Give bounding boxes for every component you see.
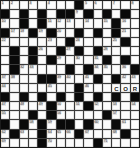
black-cell-r4c13 [112, 29, 120, 37]
black-cell-r3c3 [20, 19, 28, 27]
clue-number: 49 [38, 102, 43, 106]
grid-cell-r11c14[interactable] [121, 93, 129, 101]
grid-cell-r1c2[interactable]: 2 [10, 1, 18, 9]
grid-cell-r13c5[interactable] [38, 111, 46, 119]
black-cell-r16c11 [94, 139, 102, 147]
grid-cell-r11c6[interactable] [47, 93, 55, 101]
grid-cell-r9c12[interactable] [103, 75, 111, 83]
black-cell-r15c9 [75, 130, 83, 138]
grid-cell-r14c14[interactable]: 61 [121, 120, 129, 128]
black-cell-r2c7 [57, 10, 65, 18]
grid-cell-r4c15[interactable] [131, 29, 139, 37]
black-cell-r4c6 [47, 29, 55, 37]
grid-cell-r3c7[interactable]: 12 [57, 19, 65, 27]
clue-number: 66 [66, 130, 71, 134]
black-cell-r13c4 [29, 111, 37, 119]
grid-cell-r7c8[interactable] [66, 56, 74, 64]
grid-cell-r12c13[interactable]: 53 [112, 102, 120, 110]
clue-number: 25 [112, 38, 117, 42]
grid-cell-r16c3[interactable] [20, 139, 28, 147]
grid-cell-r4c5[interactable]: 19 [38, 29, 46, 37]
grid-cell-r2c2[interactable] [10, 10, 18, 18]
black-cell-r15c14 [121, 130, 129, 138]
clue-number: 68 [112, 130, 117, 134]
clue-number: 51 [75, 102, 80, 106]
clue-number: 13 [66, 19, 71, 23]
grid-cell-r12c9[interactable]: 51 [75, 102, 83, 110]
clue-number: 9 [75, 10, 78, 14]
grid-cell-r2c13[interactable] [112, 10, 120, 18]
grid-cell-r1c10[interactable]: 5 [84, 1, 92, 9]
grid-cell-r12c11[interactable]: 52 [94, 102, 102, 110]
grid-cell-r4c2[interactable]: 17 [10, 29, 18, 37]
clue-number: 55 [1, 111, 6, 115]
grid-cell-r13c10[interactable] [84, 111, 92, 119]
grid-cell-r8c7[interactable] [57, 65, 65, 73]
grid-cell-r3c15[interactable] [131, 19, 139, 27]
grid-cell-r11c2[interactable] [10, 93, 18, 101]
grid-cell-r13c9[interactable] [75, 111, 83, 119]
grid-cell-r16c8[interactable] [66, 139, 74, 147]
grid-cell-r15c15[interactable] [131, 130, 139, 138]
grid-cell-r12c12[interactable] [103, 102, 111, 110]
clue-number: 53 [112, 102, 117, 106]
clue-number: 59 [47, 120, 52, 124]
clue-number: 8 [131, 1, 134, 5]
grid-cell-r6c6[interactable] [47, 47, 55, 55]
grid-cell-r15c12[interactable] [103, 130, 111, 138]
clue-number: 37 [1, 75, 6, 79]
black-cell-r2c3 [20, 10, 28, 18]
clue-number: 54 [131, 102, 136, 106]
grid-cell-r7c7[interactable]: 29 [57, 56, 65, 64]
grid-cell-r15c10[interactable]: 67 [84, 130, 92, 138]
grid-cell-r8c4[interactable]: 33 [29, 65, 37, 73]
grid-cell-r10c5[interactable] [38, 84, 46, 92]
black-cell-r2c12 [103, 10, 111, 18]
black-cell-r7c12 [103, 56, 111, 64]
grid-cell-r15c1[interactable]: 62 [1, 130, 9, 138]
black-cell-r12c10 [84, 102, 92, 110]
black-cell-r4c1 [1, 29, 9, 37]
grid-cell-r16c12[interactable]: 71 [103, 139, 111, 147]
clue-number: 22 [1, 38, 6, 42]
grid-cell-r16c2[interactable] [10, 139, 18, 147]
grid-cell-r6c3[interactable] [20, 47, 28, 55]
clue-number: 61 [121, 120, 126, 124]
crossword-grid: 1234567891011121314151617181920212223242… [0, 0, 140, 148]
black-cell-r11c5 [38, 93, 46, 101]
grid-cell-r9c3[interactable] [20, 75, 28, 83]
grid-cell-r6c10[interactable] [84, 47, 92, 55]
grid-cell-r4c3[interactable]: 18 [20, 29, 28, 37]
grid-cell-r10c6[interactable]: 45 [47, 84, 55, 92]
grid-cell-r9c2[interactable]: 38 [10, 75, 18, 83]
grid-cell-r5c3[interactable] [20, 38, 28, 46]
grid-cell-r9c4[interactable] [29, 75, 37, 83]
grid-cell-r12c5[interactable]: 49 [38, 102, 46, 110]
grid-cell-r6c8[interactable]: 27 [66, 47, 74, 55]
grid-cell-r4c10[interactable] [84, 29, 92, 37]
clue-number: 36 [121, 65, 126, 69]
clue-number: 32 [20, 65, 25, 69]
clue-number: 42 [121, 75, 126, 79]
black-cell-r11c13 [112, 93, 120, 101]
black-cell-r4c11 [94, 29, 102, 37]
black-cell-r15c5 [38, 130, 46, 138]
grid-cell-r5c10[interactable] [84, 38, 92, 46]
grid-cell-r16c10[interactable] [84, 139, 92, 147]
grid-cell-r13c14[interactable] [121, 111, 129, 119]
black-cell-r13c6 [47, 111, 55, 119]
grid-cell-r13c3[interactable] [20, 111, 28, 119]
grid-cell-r16c4[interactable] [29, 139, 37, 147]
grid-cell-r5c13[interactable]: 25 [112, 38, 120, 46]
grid-cell-r10c2[interactable] [10, 84, 18, 92]
black-cell-r9c5 [38, 75, 46, 83]
clue-number: 56 [57, 111, 62, 115]
grid-cell-r12c14[interactable] [121, 102, 129, 110]
grid-cell-r13c1[interactable]: 55 [1, 111, 9, 119]
grid-cell-r4c12[interactable] [103, 29, 111, 37]
grid-cell-r3c9[interactable] [75, 19, 83, 27]
black-cell-r2c5 [38, 10, 46, 18]
clue-number: 44 [1, 84, 6, 88]
grid-cell-r1c5[interactable] [38, 1, 46, 9]
grid-cell-r10c3[interactable] [20, 84, 28, 92]
black-cell-r9c11 [94, 75, 102, 83]
clue-number: 67 [84, 130, 89, 134]
grid-cell-r2c9[interactable]: 9 [75, 10, 83, 18]
grid-cell-r7c5[interactable] [38, 56, 46, 64]
black-cell-r11c7 [57, 93, 65, 101]
black-cell-r8c10 [84, 65, 92, 73]
grid-cell-r12c3[interactable]: 48 [20, 102, 28, 110]
grid-cell-r1c11[interactable]: 6 [94, 1, 102, 9]
grid-cell-r6c1[interactable] [1, 47, 9, 55]
black-cell-r6c9 [75, 47, 83, 55]
grid-cell-r12c2[interactable] [10, 102, 18, 110]
black-cell-r11c3 [20, 93, 28, 101]
grid-cell-r12c1[interactable]: 47 [1, 102, 9, 110]
grid-cell-r11c4[interactable] [29, 93, 37, 101]
grid-cell-r5c15[interactable] [131, 38, 139, 46]
black-cell-r13c12 [103, 111, 111, 119]
grid-cell-r10c8[interactable] [66, 84, 74, 92]
grid-cell-r16c7[interactable] [57, 139, 65, 147]
grid-cell-r13c13[interactable]: 57 [112, 111, 120, 119]
clue-number: 47 [1, 102, 6, 106]
grid-cell-r7c15[interactable] [131, 56, 139, 64]
grid-cell-r15c8[interactable]: 66 [66, 130, 74, 138]
black-cell-r7c2 [10, 56, 18, 64]
grid-cell-r9c15[interactable]: 43 [131, 75, 139, 83]
black-cell-r14c1 [1, 120, 9, 128]
grid-cell-r8c13[interactable] [112, 65, 120, 73]
grid-cell-r3c12[interactable]: 15 [103, 19, 111, 27]
grid-cell-r8c11[interactable]: 34 [94, 65, 102, 73]
grid-cell-r10c1[interactable]: 44 [1, 84, 9, 92]
black-cell-r4c9 [75, 29, 83, 37]
clue-number: 20 [57, 29, 62, 33]
clue-number: 18 [20, 29, 25, 33]
black-cell-r11c11 [94, 93, 102, 101]
grid-cell-r14c4[interactable]: 58 [29, 120, 37, 128]
grid-cell-r10c12[interactable] [103, 84, 111, 92]
black-cell-r9c6 [47, 75, 55, 83]
black-cell-r14c5 [38, 120, 46, 128]
grid-cell-r10c11[interactable] [94, 84, 102, 92]
black-cell-r6c2 [10, 47, 18, 55]
grid-cell-r3c10[interactable]: 14 [84, 19, 92, 27]
grid-cell-r2c4[interactable] [29, 10, 37, 18]
grid-cell-r5c9[interactable]: 24 [75, 38, 83, 46]
black-cell-r5c8 [66, 38, 74, 46]
grid-cell-r3c2[interactable] [10, 19, 18, 27]
grid-cell-r1c7[interactable] [57, 1, 65, 9]
grid-cell-r9c10[interactable]: 41 [84, 75, 92, 83]
clue-number: 21 [121, 29, 126, 33]
clue-number: 71 [103, 139, 108, 143]
clue-number: 40 [66, 75, 71, 79]
grid-cell-r2c11[interactable] [94, 10, 102, 18]
grid-cell-r5c4[interactable] [29, 38, 37, 46]
clue-number: 58 [29, 120, 34, 124]
grid-cell-r15c6[interactable]: 64 [47, 130, 55, 138]
grid-cell-r15c11[interactable] [94, 130, 102, 138]
grid-cell-r4c7[interactable]: 20 [57, 29, 65, 37]
grid-cell-r9c7[interactable]: 39 [57, 75, 65, 83]
clue-number: 11 [47, 19, 52, 23]
black-cell-r12c6 [47, 102, 55, 110]
clue-number: 65 [57, 130, 62, 134]
grid-cell-r1c14[interactable] [121, 1, 129, 9]
black-cell-r8c2 [10, 65, 18, 73]
grid-cell-r16c1[interactable]: 69 [1, 139, 9, 147]
black-cell-r10c9 [75, 84, 83, 92]
grid-cell-r1c8[interactable] [66, 1, 74, 9]
clue-number: 39 [57, 75, 62, 79]
grid-cell-r11c10[interactable] [84, 93, 92, 101]
clue-number: 27 [66, 47, 71, 51]
grid-cell-r9c14[interactable]: 42 [121, 75, 129, 83]
grid-cell-r13c15[interactable] [131, 111, 139, 119]
clue-number: 62 [1, 130, 6, 134]
clue-number: 1 [1, 1, 4, 5]
black-cell-r8c15 [131, 65, 139, 73]
grid-cell-r3c1[interactable]: 10 [1, 19, 9, 27]
clue-number: 46 [84, 84, 89, 88]
black-cell-r2c1 [1, 10, 9, 18]
grid-cell-r9c8[interactable]: 40 [66, 75, 74, 83]
grid-cell-r3c6[interactable]: 11 [47, 19, 55, 27]
grid-cell-r8c14[interactable]: 36 [121, 65, 129, 73]
grid-cell-r14c2[interactable] [10, 120, 18, 128]
grid-cell-r8c5[interactable] [38, 65, 46, 73]
clue-number: 35 [103, 65, 108, 69]
black-cell-r11c1 [1, 93, 9, 101]
clue-number: 23 [47, 38, 52, 42]
clue-number: 29 [57, 56, 62, 60]
grid-cell-r1c3[interactable] [20, 1, 28, 9]
grid-cell-r6c15[interactable] [131, 47, 139, 55]
black-cell-r6c7 [57, 47, 65, 55]
grid-cell-r6c12[interactable]: 28 [103, 47, 111, 55]
grid-cell-r1c13[interactable]: 7 [112, 1, 120, 9]
grid-cell-r15c7[interactable]: 65 [57, 130, 65, 138]
grid-cell-r9c9[interactable] [75, 75, 83, 83]
grid-cell-r6c13[interactable] [112, 47, 120, 55]
grid-cell-r11c12[interactable] [103, 93, 111, 101]
grid-cell-r4c8[interactable] [66, 29, 74, 37]
grid-cell-r14c15[interactable] [131, 120, 139, 128]
grid-cell-r16c15[interactable] [131, 139, 139, 147]
clue-number: 50 [57, 102, 62, 106]
grid-cell-r7c10[interactable] [84, 56, 92, 64]
grid-cell-r5c12[interactable] [103, 38, 111, 46]
grid-cell-r8c12[interactable]: 35 [103, 65, 111, 73]
grid-cell-r5c11[interactable] [94, 38, 102, 46]
clue-number: 70 [47, 139, 52, 143]
grid-cell-r12c15[interactable]: 54 [131, 102, 139, 110]
black-cell-r3c13 [112, 19, 120, 27]
black-cell-r15c2 [10, 130, 18, 138]
clue-number: 4 [47, 1, 50, 5]
grid-cell-r9c1[interactable]: 37 [1, 75, 9, 83]
grid-cell-r7c9[interactable]: 30 [75, 56, 83, 64]
grid-cell-r13c2[interactable] [10, 111, 18, 119]
black-cell-r14c10 [84, 120, 92, 128]
filled-letter: O [121, 84, 129, 92]
black-cell-r11c15 [131, 93, 139, 101]
grid-cell-r14c11[interactable]: 60 [94, 120, 102, 128]
grid-cell-r15c4[interactable] [29, 130, 37, 138]
grid-cell-r8c9[interactable] [75, 65, 83, 73]
grid-cell-r15c13[interactable]: 68 [112, 130, 120, 138]
grid-cell-r14c6[interactable]: 59 [47, 120, 55, 128]
clue-number: 7 [112, 1, 115, 5]
grid-cell-r8c3[interactable]: 32 [20, 65, 28, 73]
clue-number: 43 [131, 75, 136, 79]
grid-cell-r8c1[interactable] [1, 65, 9, 73]
black-cell-r6c11 [94, 47, 102, 55]
grid-cell-r10c10[interactable]: 46 [84, 84, 92, 92]
clue-number: 31 [94, 56, 99, 60]
grid-cell-r16c14[interactable] [121, 139, 129, 147]
clue-number: 3 [29, 1, 32, 5]
grid-cell-r4c14[interactable]: 21 [121, 29, 129, 37]
grid-cell-r14c9[interactable] [75, 120, 83, 128]
grid-cell-r3c14[interactable]: 16 [121, 19, 129, 27]
black-cell-r2c14 [121, 10, 129, 18]
grid-cell-r8c6[interactable] [47, 65, 55, 73]
grid-cell-r15c3[interactable]: 63 [20, 130, 28, 138]
grid-cell-r5c7[interactable] [57, 38, 65, 46]
grid-cell-r1c12[interactable] [103, 1, 111, 9]
clue-number: 10 [1, 19, 6, 23]
grid-cell-r10c15[interactable]: R [131, 84, 139, 92]
grid-cell-r7c13[interactable] [112, 56, 120, 64]
black-cell-r11c9 [75, 93, 83, 101]
grid-cell-r1c6[interactable]: 4 [47, 1, 55, 9]
clue-number: 26 [38, 47, 43, 51]
grid-cell-r14c12[interactable] [103, 120, 111, 128]
grid-cell-r12c7[interactable]: 50 [57, 102, 65, 110]
clue-number: 34 [94, 65, 99, 69]
grid-cell-r7c1[interactable] [1, 56, 9, 64]
clue-number: 52 [94, 102, 99, 106]
grid-cell-r3c11[interactable] [94, 19, 102, 27]
grid-cell-r6c5[interactable]: 26 [38, 47, 46, 55]
clue-number: 57 [112, 111, 117, 115]
clue-number: 48 [20, 102, 25, 106]
grid-cell-r13c11[interactable] [94, 111, 102, 119]
grid-cell-r10c13[interactable]: C [112, 84, 120, 92]
grid-cell-r2c15[interactable] [131, 10, 139, 18]
grid-cell-r2c6[interactable] [47, 10, 55, 18]
grid-cell-r5c6[interactable]: 23 [47, 38, 55, 46]
grid-cell-r13c8[interactable] [66, 111, 74, 119]
clue-number: 30 [75, 56, 80, 60]
grid-cell-r13c7[interactable]: 56 [57, 111, 65, 119]
black-cell-r8c8 [66, 65, 74, 73]
grid-cell-r7c3[interactable] [20, 56, 28, 64]
black-cell-r16c5 [38, 139, 46, 147]
clue-number: 5 [84, 1, 87, 5]
grid-cell-r3c8[interactable]: 13 [66, 19, 74, 27]
clue-number: 33 [29, 65, 34, 69]
clue-number: 14 [84, 19, 89, 23]
grid-cell-r5c2[interactable] [10, 38, 18, 46]
black-cell-r9c13 [112, 75, 120, 83]
clue-number: 41 [84, 75, 89, 79]
clue-number: 60 [94, 120, 99, 124]
grid-cell-r10c14[interactable]: O [121, 84, 129, 92]
grid-cell-r5c5[interactable] [38, 38, 46, 46]
grid-cell-r1c1[interactable]: 1 [1, 1, 9, 9]
clue-number: 38 [10, 75, 15, 79]
clue-number: 12 [57, 19, 62, 23]
filled-letter: C [112, 84, 120, 92]
grid-cell-r3c4[interactable] [29, 19, 37, 27]
grid-cell-r12c8[interactable] [66, 102, 74, 110]
grid-cell-r12c4[interactable] [29, 102, 37, 110]
black-cell-r7c6 [47, 56, 55, 64]
grid-cell-r16c6[interactable]: 70 [47, 139, 55, 147]
grid-cell-r10c7[interactable] [57, 84, 65, 92]
clue-number: 19 [38, 29, 43, 33]
black-cell-r14c7 [57, 120, 65, 128]
grid-cell-r16c9[interactable] [75, 139, 83, 147]
grid-cell-r1c15[interactable]: 8 [131, 1, 139, 9]
black-cell-r2c10 [84, 10, 92, 18]
grid-cell-r7c11[interactable]: 31 [94, 56, 102, 64]
grid-cell-r10c4[interactable] [29, 84, 37, 92]
clue-number: 16 [121, 19, 126, 23]
filled-letter: R [131, 84, 139, 92]
grid-cell-r11c8[interactable] [66, 93, 74, 101]
black-cell-r3c5 [38, 19, 46, 27]
grid-cell-r16c13[interactable] [112, 139, 120, 147]
grid-cell-r5c1[interactable]: 22 [1, 38, 9, 46]
grid-cell-r6c14[interactable] [121, 47, 129, 55]
clue-number: 28 [103, 47, 108, 51]
grid-cell-r1c4[interactable]: 3 [29, 1, 37, 9]
clue-number: 69 [1, 139, 6, 143]
clue-number: 63 [20, 130, 25, 134]
black-cell-r1c9 [75, 1, 83, 9]
black-cell-r6c4 [29, 47, 37, 55]
